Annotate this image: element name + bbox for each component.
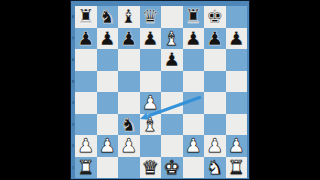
piece-black-pawn-h7[interactable]: ♟ xyxy=(226,28,248,50)
square-g7[interactable]: ♟ xyxy=(204,28,226,50)
piece-white-rook-h1[interactable]: ♜ xyxy=(226,157,248,179)
square-b4[interactable] xyxy=(97,92,119,114)
chess-board[interactable]: ♜♞♝♛♜♚♟♟♟♟♝♟♟♟♟♟♞♝♟♟♟♟♟♟♜♛♚♞♜ xyxy=(75,6,247,178)
square-a4[interactable] xyxy=(75,92,97,114)
square-e8[interactable] xyxy=(161,6,183,28)
square-f7[interactable]: ♟ xyxy=(183,28,205,50)
square-a2[interactable]: ♟ xyxy=(75,135,97,157)
square-h6[interactable] xyxy=(226,49,248,71)
piece-black-pawn-b7[interactable]: ♟ xyxy=(97,28,119,50)
square-d4[interactable]: ♟ xyxy=(140,92,162,114)
piece-black-pawn-g7[interactable]: ♟ xyxy=(204,28,226,50)
piece-white-knight-g1[interactable]: ♞ xyxy=(204,157,226,179)
piece-black-pawn-a7[interactable]: ♟ xyxy=(75,28,97,50)
square-g3[interactable] xyxy=(204,114,226,136)
square-b2[interactable]: ♟ xyxy=(97,135,119,157)
piece-white-queen-d1[interactable]: ♛ xyxy=(140,157,162,179)
piece-white-pawn-g2[interactable]: ♟ xyxy=(204,135,226,157)
square-b1[interactable] xyxy=(97,157,119,179)
square-e3[interactable] xyxy=(161,114,183,136)
square-e5[interactable] xyxy=(161,71,183,93)
square-d5[interactable] xyxy=(140,71,162,93)
square-e7[interactable]: ♝ xyxy=(161,28,183,50)
piece-black-knight-b8[interactable]: ♞ xyxy=(97,6,119,28)
square-d6[interactable] xyxy=(140,49,162,71)
square-g6[interactable] xyxy=(204,49,226,71)
square-a8[interactable]: ♜ xyxy=(75,6,97,28)
square-b5[interactable] xyxy=(97,71,119,93)
square-b8[interactable]: ♞ xyxy=(97,6,119,28)
square-d7[interactable]: ♟ xyxy=(140,28,162,50)
square-h2[interactable]: ♟ xyxy=(226,135,248,157)
square-b6[interactable] xyxy=(97,49,119,71)
square-h3[interactable] xyxy=(226,114,248,136)
piece-black-bishop-c8[interactable]: ♝ xyxy=(118,6,140,28)
piece-white-pawn-a2[interactable]: ♟ xyxy=(75,135,97,157)
square-e4[interactable] xyxy=(161,92,183,114)
square-h4[interactable] xyxy=(226,92,248,114)
piece-black-pawn-f7[interactable]: ♟ xyxy=(183,28,205,50)
square-g4[interactable] xyxy=(204,92,226,114)
square-c4[interactable] xyxy=(118,92,140,114)
square-a7[interactable]: ♟ xyxy=(75,28,97,50)
app-background: 87654321 ♜♞♝♛♜♚♟♟♟♟♝♟♟♟♟♟♞♝♟♟♟♟♟♟♜♛♚♞♜ xyxy=(0,0,320,180)
square-g1[interactable]: ♞ xyxy=(204,157,226,179)
square-b3[interactable] xyxy=(97,114,119,136)
square-a1[interactable]: ♜ xyxy=(75,157,97,179)
piece-white-pawn-h2[interactable]: ♟ xyxy=(226,135,248,157)
square-a6[interactable] xyxy=(75,49,97,71)
square-a3[interactable] xyxy=(75,114,97,136)
piece-white-rook-a1[interactable]: ♜ xyxy=(75,157,97,179)
piece-white-bishop-d3[interactable]: ♝ xyxy=(140,114,162,136)
square-f1[interactable] xyxy=(183,157,205,179)
piece-black-queen-d8[interactable]: ♛ xyxy=(140,6,162,28)
piece-black-king-g8[interactable]: ♚ xyxy=(204,6,226,28)
square-f6[interactable] xyxy=(183,49,205,71)
square-h5[interactable] xyxy=(226,71,248,93)
square-f4[interactable] xyxy=(183,92,205,114)
piece-white-king-e1[interactable]: ♚ xyxy=(161,157,183,179)
square-c1[interactable] xyxy=(118,157,140,179)
square-e6[interactable]: ♟ xyxy=(161,49,183,71)
square-f8[interactable]: ♜ xyxy=(183,6,205,28)
square-c6[interactable] xyxy=(118,49,140,71)
piece-black-rook-f8[interactable]: ♜ xyxy=(183,6,205,28)
piece-black-knight-c3[interactable]: ♞ xyxy=(118,114,140,136)
square-c3[interactable]: ♞ xyxy=(118,114,140,136)
square-c5[interactable] xyxy=(118,71,140,93)
square-d2[interactable] xyxy=(140,135,162,157)
square-e2[interactable] xyxy=(161,135,183,157)
square-f5[interactable] xyxy=(183,71,205,93)
square-a5[interactable] xyxy=(75,71,97,93)
piece-black-pawn-d7[interactable]: ♟ xyxy=(140,28,162,50)
square-d3[interactable]: ♝ xyxy=(140,114,162,136)
square-h7[interactable]: ♟ xyxy=(226,28,248,50)
square-f3[interactable] xyxy=(183,114,205,136)
square-g2[interactable]: ♟ xyxy=(204,135,226,157)
piece-white-pawn-f2[interactable]: ♟ xyxy=(183,135,205,157)
chess-board-frame: 87654321 ♜♞♝♛♜♚♟♟♟♟♝♟♟♟♟♟♞♝♟♟♟♟♟♟♜♛♚♞♜ xyxy=(70,0,250,180)
piece-black-rook-a8[interactable]: ♜ xyxy=(75,6,97,28)
piece-white-pawn-d4[interactable]: ♟ xyxy=(140,92,162,114)
piece-white-pawn-b2[interactable]: ♟ xyxy=(97,135,119,157)
square-h1[interactable]: ♜ xyxy=(226,157,248,179)
piece-black-pawn-e6[interactable]: ♟ xyxy=(161,49,183,71)
square-f2[interactable]: ♟ xyxy=(183,135,205,157)
square-g8[interactable]: ♚ xyxy=(204,6,226,28)
square-c2[interactable]: ♟ xyxy=(118,135,140,157)
square-b7[interactable]: ♟ xyxy=(97,28,119,50)
square-c8[interactable]: ♝ xyxy=(118,6,140,28)
piece-black-pawn-c7[interactable]: ♟ xyxy=(118,28,140,50)
piece-white-pawn-c2[interactable]: ♟ xyxy=(118,135,140,157)
square-d8[interactable]: ♛ xyxy=(140,6,162,28)
piece-white-bishop-e7[interactable]: ♝ xyxy=(161,28,183,50)
square-h8[interactable] xyxy=(226,6,248,28)
square-d1[interactable]: ♛ xyxy=(140,157,162,179)
square-g5[interactable] xyxy=(204,71,226,93)
square-c7[interactable]: ♟ xyxy=(118,28,140,50)
square-e1[interactable]: ♚ xyxy=(161,157,183,179)
